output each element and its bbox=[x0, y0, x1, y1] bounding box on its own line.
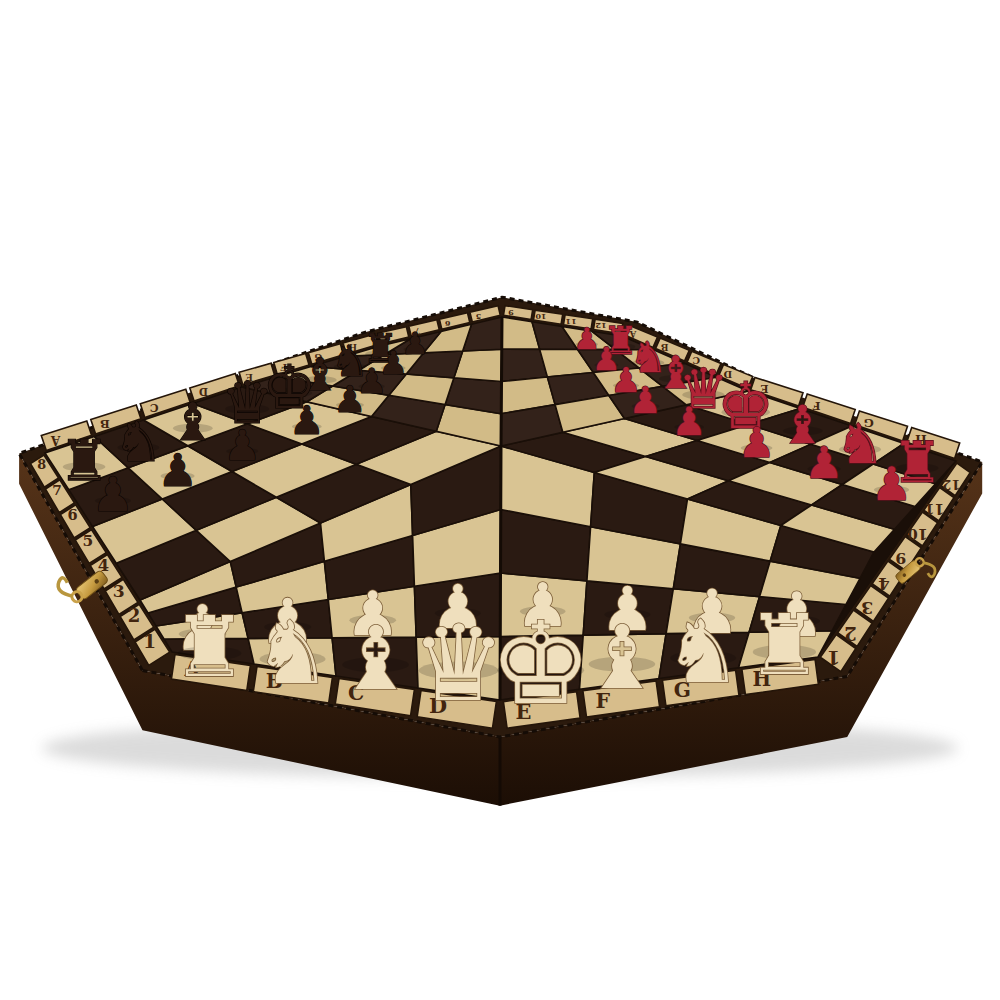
piece-red-pawn[interactable]: ♟ bbox=[629, 379, 662, 422]
coord-label-right-4: 9 bbox=[895, 549, 906, 568]
coord-label-back_left_file-2: 6 bbox=[445, 319, 451, 329]
coord-label-right-6: 11 bbox=[925, 501, 944, 517]
piece-red-pawn[interactable]: ♟ bbox=[871, 457, 913, 511]
piece-white-bishop[interactable]: ♝ bbox=[336, 607, 415, 710]
coord-label-left-0: 8 bbox=[37, 457, 46, 472]
three-player-chess-board: 87654321ABCDEFGH12349101112ABCDEFGH87659… bbox=[0, 0, 1000, 1000]
coord-label-left-2: 6 bbox=[67, 506, 77, 523]
piece-white-knight[interactable]: ♞ bbox=[664, 601, 742, 703]
piece-white-queen[interactable]: ♛ bbox=[411, 602, 505, 725]
piece-white-rook[interactable]: ♜ bbox=[172, 598, 247, 696]
coord-label-back_right_file-0: 9 bbox=[508, 308, 514, 318]
coord-label-left-7: 1 bbox=[143, 630, 156, 652]
piece-black-pawn[interactable]: ♟ bbox=[289, 398, 324, 443]
coord-label-back_left_file-3: 5 bbox=[476, 312, 482, 322]
piece-red-pawn[interactable]: ♟ bbox=[804, 437, 843, 488]
piece-black-pawn[interactable]: ♟ bbox=[334, 378, 367, 421]
coord-label-right-2: 3 bbox=[861, 598, 873, 618]
piece-black-pawn[interactable]: ♟ bbox=[223, 421, 261, 470]
coord-label-right-1: 2 bbox=[844, 623, 857, 644]
coord-label-right-0: 1 bbox=[827, 646, 840, 669]
piece-white-bishop[interactable]: ♝ bbox=[583, 606, 662, 709]
piece-white-knight[interactable]: ♞ bbox=[254, 602, 332, 704]
coord-label-left-5: 3 bbox=[113, 581, 125, 601]
piece-red-pawn[interactable]: ♟ bbox=[738, 418, 775, 467]
piece-black-knight[interactable]: ♞ bbox=[114, 410, 163, 474]
coord-label-left-3: 5 bbox=[83, 532, 94, 550]
piece-red-pawn[interactable]: ♟ bbox=[672, 399, 707, 444]
piece-black-pawn[interactable]: ♟ bbox=[92, 467, 135, 522]
coord-label-right-7: 12 bbox=[942, 477, 960, 492]
coord-label-left-6: 2 bbox=[128, 605, 141, 626]
product-photo-stage: 87654321ABCDEFGH12349101112ABCDEFGH87659… bbox=[0, 0, 1000, 1000]
coord-label-back_right_file-1: 10 bbox=[535, 312, 547, 322]
piece-black-pawn[interactable]: ♟ bbox=[157, 444, 197, 497]
piece-white-rook[interactable]: ♜ bbox=[747, 597, 822, 694]
coord-label-right-5: 10 bbox=[907, 526, 928, 543]
coord-label-right-3: 4 bbox=[878, 574, 890, 594]
